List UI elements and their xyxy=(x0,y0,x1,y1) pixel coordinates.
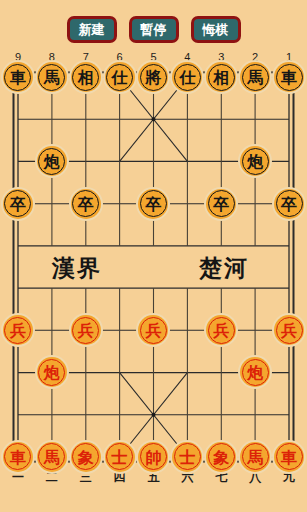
piece-red-horse[interactable]: 馬 xyxy=(240,442,270,472)
piece-red-elephant[interactable]: 象 xyxy=(206,442,236,472)
piece-glyph: 兵 xyxy=(10,323,26,339)
board-point: 象 xyxy=(204,436,238,478)
piece-glyph: 仕 xyxy=(179,70,195,86)
board-point: 仕 xyxy=(170,56,204,98)
board-point: 卒 xyxy=(1,183,35,225)
piece-glyph: 兵 xyxy=(145,323,161,339)
piece-glyph: 馬 xyxy=(44,449,60,465)
board-point: 卒 xyxy=(137,183,171,225)
piece-black-soldier[interactable]: 卒 xyxy=(3,189,33,219)
piece-red-horse[interactable]: 馬 xyxy=(37,442,67,472)
board-point: 馬 xyxy=(35,436,69,478)
board-point: 相 xyxy=(204,56,238,98)
board-point: 炮 xyxy=(238,140,272,182)
piece-red-elephant[interactable]: 象 xyxy=(71,442,101,472)
piece-red-general[interactable]: 帥 xyxy=(138,442,168,472)
piece-red-soldier[interactable]: 兵 xyxy=(274,315,304,345)
app-screen: 新建 暫停 悔棋 xyxy=(0,0,307,512)
piece-glyph: 車 xyxy=(281,70,297,86)
piece-glyph: 炮 xyxy=(247,365,263,381)
piece-glyph: 象 xyxy=(213,449,229,465)
board-point: 馬 xyxy=(35,56,69,98)
piece-black-soldier[interactable]: 卒 xyxy=(206,189,236,219)
piece-glyph: 卒 xyxy=(78,196,94,212)
piece-black-horse[interactable]: 馬 xyxy=(240,62,270,92)
piece-black-soldier[interactable]: 卒 xyxy=(274,189,304,219)
piece-black-cannon[interactable]: 炮 xyxy=(37,146,67,176)
board-point: 車 xyxy=(1,56,35,98)
board-point: 象 xyxy=(69,436,103,478)
piece-glyph: 兵 xyxy=(213,323,229,339)
board-point: 馬 xyxy=(238,56,272,98)
piece-red-advisor[interactable]: 士 xyxy=(172,442,202,472)
board-point: 將 xyxy=(137,56,171,98)
board-point: 相 xyxy=(69,56,103,98)
piece-glyph: 象 xyxy=(78,449,94,465)
board-point: 卒 xyxy=(69,183,103,225)
piece-glyph: 馬 xyxy=(247,449,263,465)
piece-glyph: 帥 xyxy=(145,449,161,465)
piece-glyph: 士 xyxy=(112,449,128,465)
board-point: 兵 xyxy=(272,309,306,351)
board-point: 仕 xyxy=(103,56,137,98)
board-point: 兵 xyxy=(204,309,238,351)
board-point: 士 xyxy=(103,436,137,478)
board-point: 馬 xyxy=(238,436,272,478)
piece-black-advisor[interactable]: 仕 xyxy=(172,62,202,92)
piece-red-chariot[interactable]: 車 xyxy=(3,442,33,472)
piece-glyph: 相 xyxy=(78,70,94,86)
piece-black-cannon[interactable]: 炮 xyxy=(240,146,270,176)
piece-red-soldier[interactable]: 兵 xyxy=(138,315,168,345)
board-point: 車 xyxy=(272,56,306,98)
piece-glyph: 卒 xyxy=(281,196,297,212)
piece-glyph: 車 xyxy=(10,70,26,86)
piece-glyph: 炮 xyxy=(44,154,60,170)
piece-black-soldier[interactable]: 卒 xyxy=(138,189,168,219)
piece-black-advisor[interactable]: 仕 xyxy=(105,62,135,92)
board-point: 兵 xyxy=(137,309,171,351)
piece-black-horse[interactable]: 馬 xyxy=(37,62,67,92)
piece-black-chariot[interactable]: 車 xyxy=(3,62,33,92)
piece-glyph: 車 xyxy=(281,449,297,465)
board-point: 兵 xyxy=(1,309,35,351)
piece-red-soldier[interactable]: 兵 xyxy=(71,315,101,345)
piece-black-elephant[interactable]: 相 xyxy=(206,62,236,92)
board-point: 車 xyxy=(1,436,35,478)
piece-glyph: 卒 xyxy=(145,196,161,212)
piece-glyph: 炮 xyxy=(247,154,263,170)
piece-glyph: 炮 xyxy=(44,365,60,381)
board-point: 卒 xyxy=(204,183,238,225)
piece-glyph: 兵 xyxy=(281,323,297,339)
board-point: 兵 xyxy=(69,309,103,351)
piece-glyph: 相 xyxy=(213,70,229,86)
piece-red-chariot[interactable]: 車 xyxy=(274,442,304,472)
piece-grid[interactable]: 車馬相仕將仕相馬車炮炮卒卒卒卒卒兵兵兵兵兵炮炮車馬象士帥士象馬車 xyxy=(1,56,306,478)
piece-red-cannon[interactable]: 炮 xyxy=(37,357,67,387)
board-point: 炮 xyxy=(35,351,69,393)
piece-glyph: 仕 xyxy=(112,70,128,86)
piece-black-chariot[interactable]: 車 xyxy=(274,62,304,92)
piece-red-advisor[interactable]: 士 xyxy=(105,442,135,472)
piece-glyph: 馬 xyxy=(247,70,263,86)
piece-glyph: 卒 xyxy=(213,196,229,212)
board-point: 炮 xyxy=(35,140,69,182)
piece-glyph: 士 xyxy=(179,449,195,465)
piece-black-soldier[interactable]: 卒 xyxy=(71,189,101,219)
piece-glyph: 車 xyxy=(10,449,26,465)
board-point: 帥 xyxy=(137,436,171,478)
piece-glyph: 將 xyxy=(145,70,161,86)
board-point: 卒 xyxy=(272,183,306,225)
piece-glyph: 卒 xyxy=(10,196,26,212)
piece-red-soldier[interactable]: 兵 xyxy=(3,315,33,345)
piece-black-elephant[interactable]: 相 xyxy=(71,62,101,92)
piece-black-general[interactable]: 將 xyxy=(138,62,168,92)
board-point: 士 xyxy=(170,436,204,478)
piece-red-soldier[interactable]: 兵 xyxy=(206,315,236,345)
board-point: 炮 xyxy=(238,351,272,393)
piece-glyph: 兵 xyxy=(78,323,94,339)
piece-glyph: 馬 xyxy=(44,70,60,86)
board-point: 車 xyxy=(272,436,306,478)
piece-red-cannon[interactable]: 炮 xyxy=(240,357,270,387)
